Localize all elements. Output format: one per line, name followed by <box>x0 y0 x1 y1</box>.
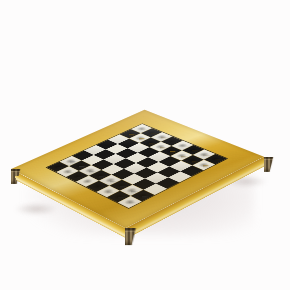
chess-board: ♜♞♝♛♚♝♞♜♟♟♟♟♟♟♟♟♟♟♟♟♟♟♟♟♜♞♝♛♚♝♞♜ <box>11 110 264 229</box>
square-h8: ♜ <box>204 154 227 164</box>
board-gold-frame: ♜♞♝♛♚♝♞♜♟♟♟♟♟♟♟♟♟♟♟♟♟♟♟♟♜♞♝♛♚♝♞♜ <box>11 110 264 229</box>
product-photo-scene: ♜♞♝♛♚♝♞♜♟♟♟♟♟♟♟♟♟♟♟♟♟♟♟♟♜♞♝♛♚♝♞♜ <box>0 0 290 290</box>
left-foot-shadow <box>14 203 58 215</box>
